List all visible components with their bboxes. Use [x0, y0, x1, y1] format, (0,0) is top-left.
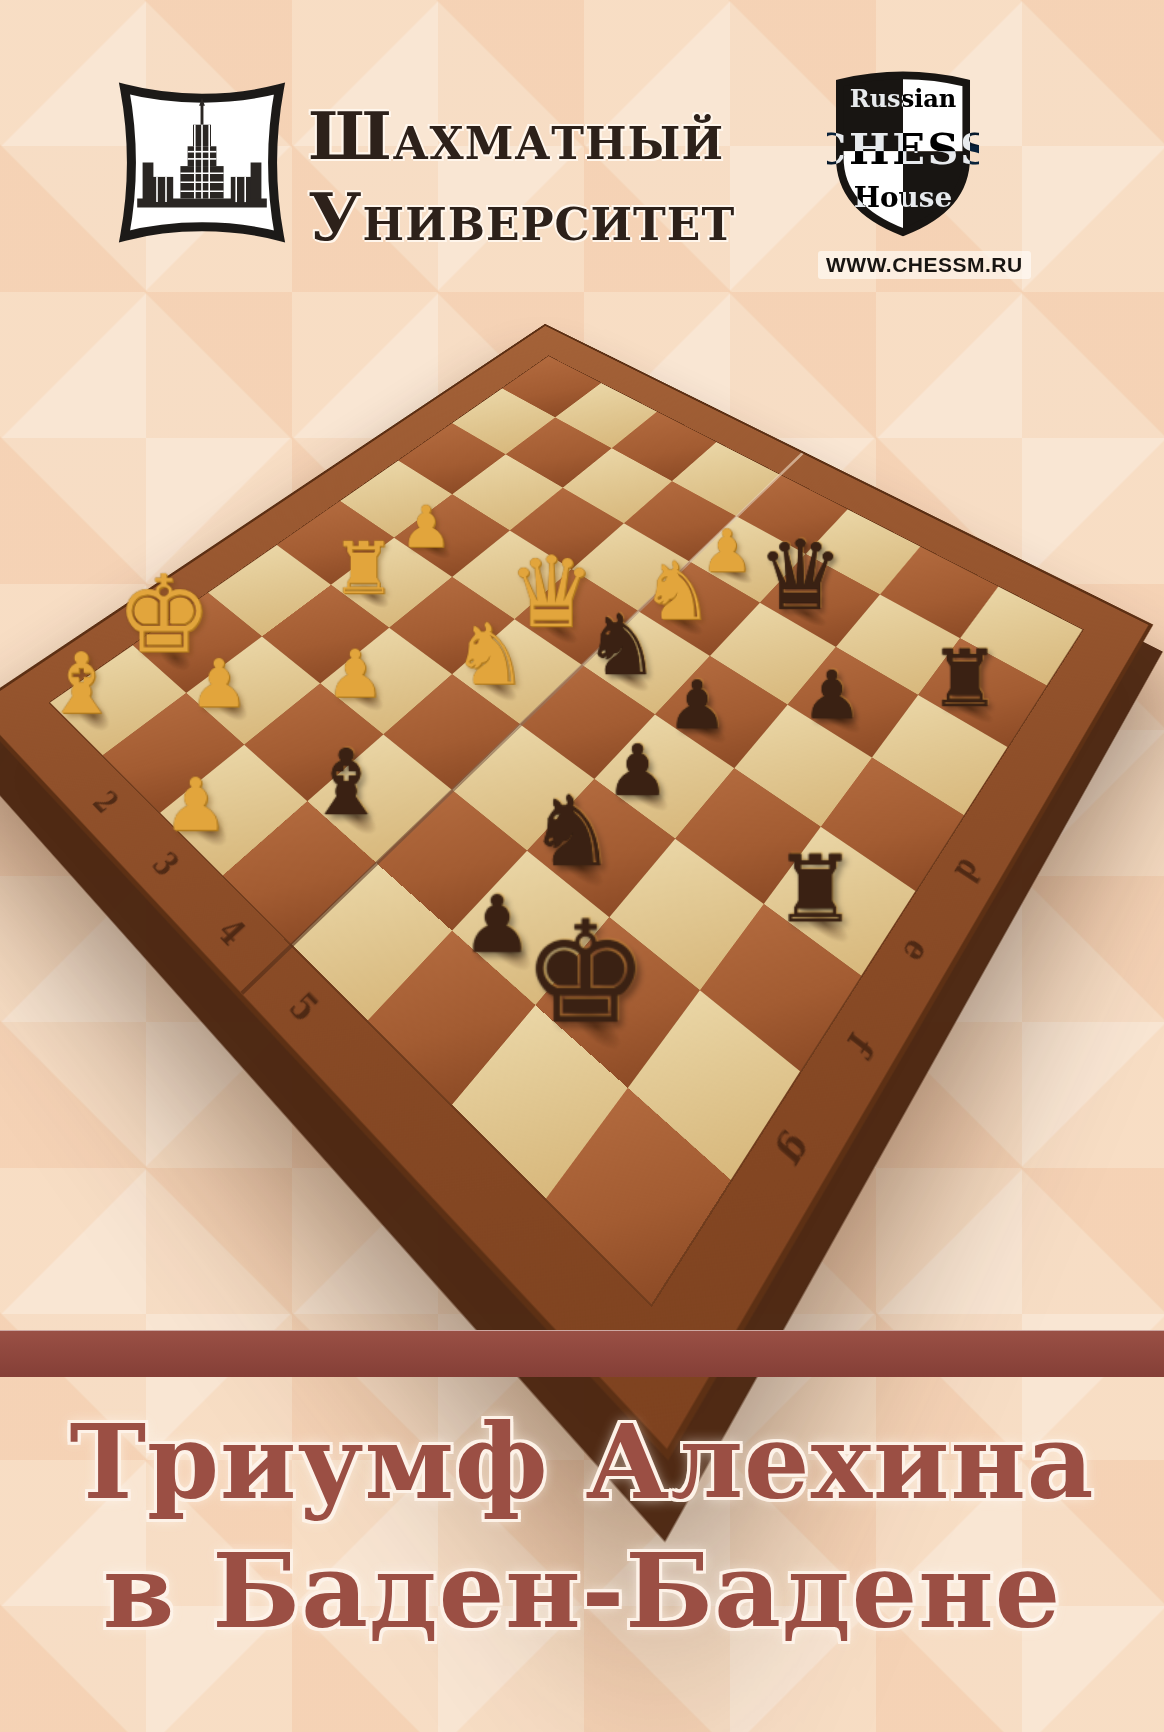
chessboard-photo: ♟♛♜♞♟♟♛♞♟♜♞♟♜♟♞♚♟♝♟♚♝♟ 2345 defg	[0, 225, 1164, 1105]
chessboard: ♟♛♜♞♟♟♛♞♟♜♞♟♜♟♞♚♟♝♟♚♝♟ 2345 defg	[0, 324, 1153, 1461]
rank-label-1	[26, 718, 78, 772]
chess-house-bottom-text: House	[854, 181, 952, 214]
series-line-1: Шахматный	[308, 96, 735, 177]
piece-black-B-g4: ♝	[283, 741, 408, 828]
piece-white-P-f3: ♟	[298, 643, 411, 705]
file-label-d: d	[947, 852, 990, 889]
piece-black-Q-b6: ♛	[747, 530, 853, 622]
file-label-g: g	[771, 1124, 821, 1177]
board-grid: ♟♛♜♞♟♟♛♞♟♜♞♟♜♟♞♚♟♝♟♚♝♟	[48, 355, 1084, 1307]
chess-house-top-text: Russian	[850, 84, 957, 113]
piece-black-N-f6: ♞	[506, 786, 635, 879]
chess-house-shield-icon: Russian CHESS House	[827, 64, 979, 241]
title-line-1: Триумф Алехина	[69, 1401, 1094, 1522]
piece-white-P-h3: ♟	[133, 770, 259, 839]
piece-black-P-c7: ♟	[774, 664, 890, 727]
piece-black-P-d6: ♟	[639, 673, 755, 737]
piece-black-K-g7: ♚	[512, 906, 656, 1040]
piece-black-R-b8: ♜	[907, 642, 1022, 717]
file-label-e: e	[896, 933, 940, 973]
piece-white-R-e2: ♜	[311, 535, 415, 603]
piece-white-B-h1: ♝	[23, 645, 138, 725]
board-frame: ♟♛♜♞♟♟♛♞♟♜♞♟♜♟♞♚♟♝♟♚♝♟ 2345 defg	[0, 324, 1153, 1461]
chess-house-middle-text: CHESS	[827, 124, 979, 174]
book-cover: { "cover": { "series": { "word1": "Шахма…	[0, 0, 1164, 1732]
piece-white-P-g2: ♟	[162, 652, 276, 715]
piece-black-R-e8: ♜	[747, 846, 882, 934]
title-line-2: в Баден-Бадене	[103, 1530, 1061, 1651]
file-label-f: f	[839, 1026, 882, 1065]
book-title: Триумф Алехина в Баден-Бадене	[0, 1398, 1164, 1656]
piece-white-N-e4: ♞	[433, 615, 546, 696]
maroon-band	[0, 1330, 1164, 1377]
